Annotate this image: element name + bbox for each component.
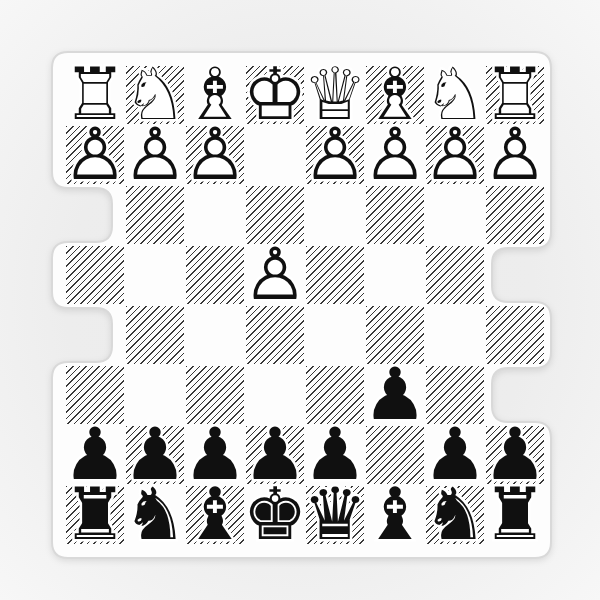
piece-black-knight[interactable]: ♞♞	[125, 485, 185, 545]
piece-glyph: ♜	[483, 478, 548, 550]
square-e8[interactable]: ♚♚	[245, 485, 305, 545]
square-g8[interactable]: ♞♞	[125, 485, 185, 545]
square-b8[interactable]: ♞♞	[425, 485, 485, 545]
piece-white-pawn[interactable]: ♟♙	[185, 125, 245, 185]
page-background: ♜♖♞♘♝♗♚♔♛♕♝♗♞♘♜♖♟♙♟♙♟♙♟♙♟♙♟♙♟♙♟♙♟♟♟♟♟♟♟♟…	[0, 0, 600, 600]
square-a5[interactable]	[485, 305, 545, 365]
square-a2[interactable]: ♟♙	[485, 125, 545, 185]
piece-glyph: ♙	[423, 118, 488, 190]
piece-glyph: ♞	[123, 478, 188, 550]
piece-white-king[interactable]: ♚♔	[245, 65, 305, 125]
piece-glyph: ♟	[363, 358, 428, 430]
piece-glyph: ♙	[483, 118, 548, 190]
piece-black-bishop[interactable]: ♝♝	[365, 485, 425, 545]
square-d5[interactable]	[305, 305, 365, 365]
square-c8[interactable]: ♝♝	[365, 485, 425, 545]
square-e4[interactable]: ♟♙	[245, 245, 305, 305]
piece-black-knight[interactable]: ♞♞	[425, 485, 485, 545]
square-b4[interactable]	[425, 245, 485, 305]
piece-white-pawn[interactable]: ♟♙	[305, 125, 365, 185]
piece-black-rook[interactable]: ♜♜	[485, 485, 545, 545]
piece-glyph: ♚	[243, 478, 308, 550]
piece-white-pawn[interactable]: ♟♙	[425, 125, 485, 185]
piece-glyph: ♙	[183, 118, 248, 190]
piece-black-rook[interactable]: ♜♜	[65, 485, 125, 545]
square-g2[interactable]: ♟♙	[125, 125, 185, 185]
piece-glyph: ♙	[123, 118, 188, 190]
square-c6[interactable]: ♟♟	[365, 365, 425, 425]
square-b2[interactable]: ♟♙	[425, 125, 485, 185]
piece-black-pawn[interactable]: ♟♟	[365, 365, 425, 425]
square-d4[interactable]	[305, 245, 365, 305]
piece-black-king[interactable]: ♚♚	[245, 485, 305, 545]
piece-white-pawn[interactable]: ♟♙	[125, 125, 185, 185]
piece-black-bishop[interactable]: ♝♝	[185, 485, 245, 545]
piece-glyph: ♜	[63, 478, 128, 550]
piece-glyph: ♝	[363, 478, 428, 550]
piece-white-pawn[interactable]: ♟♙	[485, 125, 545, 185]
piece-glyph: ♙	[243, 238, 308, 310]
square-f4[interactable]	[185, 245, 245, 305]
square-a4[interactable]	[485, 245, 545, 305]
piece-white-pawn[interactable]: ♟♙	[365, 125, 425, 185]
square-d2[interactable]: ♟♙	[305, 125, 365, 185]
piece-white-pawn[interactable]: ♟♙	[65, 125, 125, 185]
square-b5[interactable]	[425, 305, 485, 365]
square-c2[interactable]: ♟♙	[365, 125, 425, 185]
square-g5[interactable]	[125, 305, 185, 365]
square-f8[interactable]: ♝♝	[185, 485, 245, 545]
piece-glyph: ♔	[243, 58, 308, 130]
piece-glyph: ♛	[303, 478, 368, 550]
square-f2[interactable]: ♟♙	[185, 125, 245, 185]
piece-black-queen[interactable]: ♛♛	[305, 485, 365, 545]
piece-glyph: ♙	[63, 118, 128, 190]
square-g4[interactable]	[125, 245, 185, 305]
square-f5[interactable]	[185, 305, 245, 365]
piece-glyph: ♞	[423, 478, 488, 550]
piece-white-pawn[interactable]: ♟♙	[245, 245, 305, 305]
square-h8[interactable]: ♜♜	[65, 485, 125, 545]
square-a8[interactable]: ♜♜	[485, 485, 545, 545]
square-e1[interactable]: ♚♔	[245, 65, 305, 125]
square-c4[interactable]	[365, 245, 425, 305]
piece-glyph: ♙	[303, 118, 368, 190]
square-h2[interactable]: ♟♙	[65, 125, 125, 185]
square-h4[interactable]	[65, 245, 125, 305]
piece-glyph: ♝	[183, 478, 248, 550]
chess-board: ♜♖♞♘♝♗♚♔♛♕♝♗♞♘♜♖♟♙♟♙♟♙♟♙♟♙♟♙♟♙♟♙♟♟♟♟♟♟♟♟…	[65, 65, 545, 545]
square-h5[interactable]	[65, 305, 125, 365]
square-d8[interactable]: ♛♛	[305, 485, 365, 545]
piece-glyph: ♙	[363, 118, 428, 190]
